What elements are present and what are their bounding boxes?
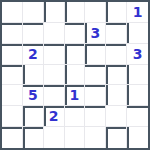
cell-r2c2-region-B[interactable] (23, 23, 44, 44)
cell-r2c3-region-B[interactable] (44, 23, 65, 44)
cell-r1c1-region-A[interactable] (2, 2, 23, 23)
cell-r6c6-region-J[interactable] (106, 106, 127, 127)
cell-r5c6-region-J[interactable] (106, 85, 127, 106)
cell-r6c3-region-J: 2 (44, 106, 65, 127)
cell-r5c3-region-G[interactable] (44, 85, 65, 106)
cell-r6c5-region-J[interactable] (85, 106, 106, 127)
cell-r4c7-region-D[interactable] (127, 65, 148, 86)
given-digit: 1 (133, 5, 143, 19)
cell-r4c6-region-J[interactable] (106, 65, 127, 86)
cell-r1c4-region-C[interactable] (65, 2, 86, 23)
cell-r1c5-region-C[interactable] (85, 2, 106, 23)
cell-r2c5-region-C: 3 (85, 23, 106, 44)
cell-r6c7-region-J[interactable] (127, 106, 148, 127)
cell-r2c1-region-B[interactable] (2, 23, 23, 44)
cell-r7c2-region-J[interactable] (23, 127, 44, 148)
cell-r3c6-region-D[interactable] (106, 44, 127, 65)
cell-r5c1-region-G[interactable] (2, 85, 23, 106)
cell-r4c5-region-F[interactable] (85, 65, 106, 86)
cell-r2c7-region-D[interactable] (127, 23, 148, 44)
given-digit: 5 (28, 88, 38, 102)
cell-r6c1-region-G[interactable] (2, 106, 23, 127)
cell-r4c1-region-G[interactable] (2, 65, 23, 86)
cell-r7c5-region-J[interactable] (85, 127, 106, 148)
given-digit: 3 (133, 47, 143, 61)
cell-r7c3-region-J[interactable] (44, 127, 65, 148)
cell-r3c1-region-E[interactable] (2, 44, 23, 65)
cell-r6c2-region-I[interactable] (23, 106, 44, 127)
cell-r4c3-region-E[interactable] (44, 65, 65, 86)
cell-r4c2-region-E[interactable] (23, 65, 44, 86)
cell-r2c4-region-B[interactable] (65, 23, 86, 44)
cell-r6c4-region-J[interactable] (65, 106, 86, 127)
cell-r1c2-region-A[interactable] (23, 2, 44, 23)
cell-r4c4-region-F[interactable] (65, 65, 86, 86)
cell-r1c7-region-D: 1 (127, 2, 148, 23)
cell-r5c5-region-H[interactable] (85, 85, 106, 106)
cell-r3c2-region-E: 2 (23, 44, 44, 65)
cell-r1c3-region-B[interactable] (44, 2, 65, 23)
cell-r2c6-region-C[interactable] (106, 23, 127, 44)
cell-r3c4-region-F[interactable] (65, 44, 86, 65)
cell-r3c5-region-D[interactable] (85, 44, 106, 65)
cell-r5c7-region-D[interactable] (127, 85, 148, 106)
given-digit: 2 (49, 109, 59, 123)
cell-r3c7-region-D: 3 (127, 44, 148, 65)
cell-r7c1-region-K[interactable] (2, 127, 23, 148)
cell-r5c2-region-G: 5 (23, 85, 44, 106)
cell-r1c6-region-D[interactable] (106, 2, 127, 23)
given-digit: 3 (90, 26, 100, 40)
cell-r7c6-region-L[interactable] (106, 127, 127, 148)
cell-r7c7-region-J[interactable] (127, 127, 148, 148)
given-digit: 1 (70, 88, 80, 102)
cell-r7c4-region-J[interactable] (65, 127, 86, 148)
cell-r3c3-region-E[interactable] (44, 44, 65, 65)
given-digit: 2 (28, 47, 38, 61)
puzzle-board: 1323512 (0, 0, 150, 150)
cell-r5c4-region-H: 1 (65, 85, 86, 106)
